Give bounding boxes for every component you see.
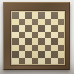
chessboard bbox=[3, 2, 70, 70]
board-inlay-border bbox=[11, 11, 65, 65]
board-squares bbox=[12, 12, 64, 64]
square-h1 bbox=[58, 58, 65, 65]
chessboard-product-photo bbox=[0, 0, 74, 74]
